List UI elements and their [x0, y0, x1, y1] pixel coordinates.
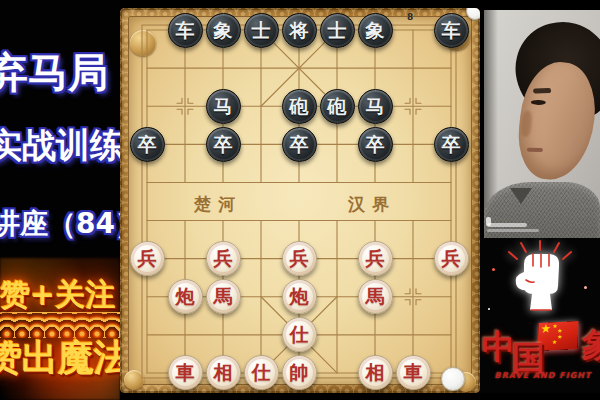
piece-red-elephant[interactable]: 相	[206, 355, 241, 390]
piece-black-horse[interactable]: 马	[206, 89, 241, 124]
piece-red-chariot[interactable]: 車	[396, 355, 431, 390]
board-grid-area: 楚河 汉界 车象士将士象车马砲砲马卒卒卒卒卒兵兵兵兵兵炮馬炮馬仕車相仕帥相車	[128, 11, 470, 392]
piece-black-chariot[interactable]: 车	[168, 13, 203, 48]
xiangqi-board[interactable]: 8 楚河 汉界 车象士将士象车马砲砲马卒卒卒卒卒兵兵兵兵兵炮馬炮馬仕車相仕帥相車	[120, 8, 480, 393]
promo-line-training: 实战训练	[0, 128, 120, 162]
left-panel: 弃马局 实战训练 讲座（84） 点赞+关注 赞出魔法	[0, 0, 120, 400]
piece-red-soldier[interactable]: 兵	[434, 241, 469, 276]
piece-black-soldier[interactable]: 卒	[434, 127, 469, 162]
logo-char-xiang-partial: 象	[582, 328, 600, 361]
piece-red-soldier[interactable]: 兵	[282, 241, 317, 276]
piece-grid: 车象士将士象车马砲砲马卒卒卒卒卒兵兵兵兵兵炮馬炮馬仕車相仕帥相車	[128, 11, 470, 392]
promo-line-opening: 弃马局	[0, 52, 108, 92]
stream-screenshot: 弃马局 实战训练 讲座（84） 点赞+关注 赞出魔法 8 楚河 汉界 车象士将士…	[0, 0, 600, 400]
webcam-photo	[484, 10, 600, 238]
piece-black-chariot[interactable]: 车	[434, 13, 469, 48]
piece-red-advisor[interactable]: 仕	[244, 355, 279, 390]
board-corner-button-bottom[interactable]	[441, 367, 465, 391]
piece-red-general[interactable]: 帥	[282, 355, 317, 390]
piece-red-horse[interactable]: 馬	[206, 279, 241, 314]
piece-red-elephant[interactable]: 相	[358, 355, 393, 390]
logo-char-zhong: 中	[482, 330, 515, 363]
piece-red-cannon[interactable]: 炮	[168, 279, 203, 314]
piece-red-soldier[interactable]: 兵	[358, 241, 393, 276]
piece-black-soldier[interactable]: 卒	[130, 127, 165, 162]
promo-line-like-magic: 赞出魔法	[0, 340, 120, 376]
piece-red-chariot[interactable]: 車	[168, 355, 203, 390]
channel-logo: ★ ★ ★ ★ ★ 中 国 象 BRAVE AND FIGHT	[480, 238, 600, 393]
promo-line-lecture: 讲座（84）	[0, 210, 120, 238]
piece-black-soldier[interactable]: 卒	[358, 127, 393, 162]
flag-big-star: ★	[540, 322, 551, 335]
piece-black-horse[interactable]: 马	[358, 89, 393, 124]
piece-red-horse[interactable]: 馬	[358, 279, 393, 314]
logo-char-guo: 国	[512, 341, 545, 374]
piece-black-general[interactable]: 将	[282, 13, 317, 48]
promo-line-like-follow: 点赞+关注	[0, 280, 115, 310]
camera-watermark	[487, 223, 539, 232]
piece-red-soldier[interactable]: 兵	[130, 241, 165, 276]
piece-black-soldier[interactable]: 卒	[282, 127, 317, 162]
piece-black-cannon[interactable]: 砲	[320, 89, 355, 124]
logo-tagline: BRAVE AND FIGHT	[490, 371, 596, 380]
piece-black-advisor[interactable]: 士	[320, 13, 355, 48]
piece-red-soldier[interactable]: 兵	[206, 241, 241, 276]
piece-black-cannon[interactable]: 砲	[282, 89, 317, 124]
piece-red-cannon[interactable]: 炮	[282, 279, 317, 314]
right-panel: ★ ★ ★ ★ ★ 中 国 象 BRAVE AND FIGHT	[480, 0, 600, 400]
fist-icon	[500, 240, 580, 324]
flame-spikes	[0, 312, 120, 338]
piece-black-elephant[interactable]: 象	[358, 13, 393, 48]
piece-black-soldier[interactable]: 卒	[206, 127, 241, 162]
piece-black-advisor[interactable]: 士	[244, 13, 279, 48]
piece-red-advisor[interactable]: 仕	[282, 317, 317, 352]
piece-black-elephant[interactable]: 象	[206, 13, 241, 48]
